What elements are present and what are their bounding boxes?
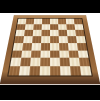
square-c1 (29, 66, 40, 75)
board-frame (0, 15, 100, 84)
square-d4 (41, 43, 50, 50)
square-d3 (40, 50, 50, 58)
square-e3 (50, 50, 60, 58)
square-c5 (32, 36, 41, 43)
square-c3 (31, 50, 41, 58)
square-h5 (76, 36, 86, 43)
square-h1 (80, 66, 91, 75)
square-h4 (77, 43, 87, 50)
square-e2 (50, 58, 60, 66)
letterbox-bar-bottom (0, 85, 100, 101)
square-d2 (40, 58, 50, 66)
square-e4 (50, 43, 59, 50)
square-c2 (30, 58, 40, 66)
chess-board (0, 15, 100, 84)
playing-field (7, 18, 92, 76)
square-e1 (50, 66, 60, 75)
square-h3 (78, 50, 89, 58)
letterbox-bar-top (0, 0, 100, 13)
square-c4 (31, 43, 41, 50)
product-photo (0, 0, 100, 100)
square-d1 (40, 66, 50, 75)
square-d5 (41, 36, 50, 43)
square-h2 (79, 58, 90, 66)
